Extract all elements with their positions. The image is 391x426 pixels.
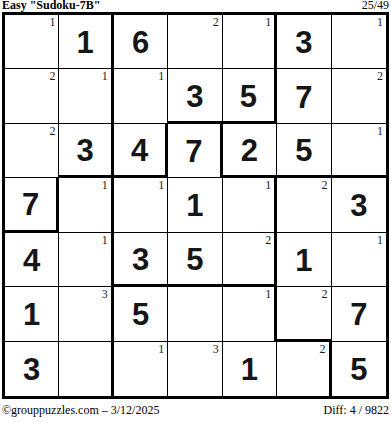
pencil-mark: 1 (158, 178, 164, 192)
pencil-mark: 1 (265, 287, 271, 301)
cell-r5c3[interactable]: 3 (114, 233, 168, 287)
given-digit: 3 (23, 354, 40, 385)
copyright-text: ©grouppuzzles.com – 3/12/2025 (2, 403, 159, 418)
cell-r2c5[interactable]: 5 (223, 69, 277, 123)
given-digit: 4 (131, 135, 148, 166)
cell-r5c2[interactable]: 1 (59, 233, 113, 287)
given-digit: 5 (132, 299, 149, 330)
pencil-mark: 1 (265, 15, 271, 29)
cell-r5c6[interactable]: 1 (277, 233, 331, 287)
pencil-mark: 1 (265, 178, 271, 192)
cell-r4c5[interactable]: 1 (223, 178, 277, 232)
given-digit: 6 (132, 27, 149, 58)
cell-r3c3[interactable]: 4 (114, 124, 168, 178)
cell-r7c1[interactable]: 3 (5, 342, 59, 396)
cell-r4c3[interactable]: 1 (114, 178, 168, 232)
cell-r6c6[interactable]: 2 (277, 287, 331, 341)
pencil-mark: 2 (322, 178, 328, 192)
given-digit: 4 (23, 245, 40, 276)
pencil-mark: 1 (158, 69, 164, 83)
cell-r7c4[interactable]: 3 (168, 342, 222, 396)
pencil-mark: 2 (377, 69, 383, 83)
cell-r6c3[interactable]: 5 (114, 287, 168, 341)
sudoku-grid: 1162131211357223472517111123413521113512… (2, 12, 389, 399)
given-digit: 7 (295, 82, 312, 113)
cell-r6c1[interactable]: 1 (5, 287, 59, 341)
pencil-mark: 2 (320, 342, 326, 356)
cell-r3c4[interactable]: 7 (168, 124, 222, 178)
cell-r6c5[interactable]: 1 (223, 287, 277, 341)
given-digit: 3 (132, 244, 149, 275)
cell-r7c2[interactable] (59, 342, 113, 396)
cell-r1c7[interactable]: 1 (332, 15, 386, 69)
given-digit: 1 (77, 27, 94, 58)
pencil-mark: 2 (49, 69, 55, 83)
cell-r3c6[interactable]: 5 (277, 124, 331, 178)
cell-r7c6[interactable]: 2 (277, 342, 331, 396)
cell-r2c6[interactable]: 7 (277, 69, 331, 123)
given-digit: 7 (350, 299, 367, 330)
given-digit: 1 (241, 354, 258, 385)
given-digit: 2 (241, 135, 258, 166)
given-digit: 3 (77, 135, 94, 166)
pencil-mark: 1 (102, 233, 108, 247)
cell-r2c4[interactable]: 3 (168, 69, 222, 123)
pencil-mark: 2 (265, 233, 271, 247)
difficulty-text: Diff: 4 / 9822 (324, 403, 389, 418)
cell-r5c7[interactable]: 1 (332, 233, 386, 287)
cell-r2c1[interactable]: 2 (5, 69, 59, 123)
cell-r2c3[interactable]: 1 (114, 69, 168, 123)
cell-r6c7[interactable]: 7 (332, 287, 386, 341)
given-digit: 5 (350, 354, 367, 385)
pencil-mark: 1 (49, 15, 55, 29)
given-digit: 7 (185, 136, 202, 167)
pencil-mark: 3 (213, 342, 219, 356)
cell-r7c3[interactable]: 1 (114, 342, 168, 396)
cell-r4c2[interactable]: 1 (59, 178, 113, 232)
given-digit: 5 (186, 244, 203, 275)
cell-r2c7[interactable]: 2 (332, 69, 386, 123)
pencil-mark: 1 (377, 124, 383, 138)
cell-r1c5[interactable]: 1 (223, 15, 277, 69)
given-digit: 1 (295, 245, 312, 276)
given-digit: 3 (186, 81, 203, 112)
cell-r4c6[interactable]: 2 (277, 178, 331, 232)
cell-r1c1[interactable]: 1 (5, 15, 59, 69)
pencil-mark: 2 (213, 15, 219, 29)
given-digit: 7 (22, 189, 39, 220)
cell-r1c3[interactable]: 6 (114, 15, 168, 69)
pencil-mark: 1 (377, 233, 383, 247)
cell-r6c4[interactable] (168, 287, 222, 341)
cell-r3c2[interactable]: 3 (59, 124, 113, 178)
pencil-mark: 1 (377, 15, 383, 29)
cell-r1c6[interactable]: 3 (277, 15, 331, 69)
cell-r2c2[interactable]: 1 (59, 69, 113, 123)
cell-r4c4[interactable]: 1 (168, 178, 222, 232)
given-digit: 5 (295, 135, 312, 166)
given-digit: 3 (350, 190, 367, 221)
pencil-mark: 1 (102, 69, 108, 83)
cell-r6c2[interactable]: 3 (59, 287, 113, 341)
given-digit: 5 (240, 81, 257, 112)
cell-r5c1[interactable]: 4 (5, 233, 59, 287)
pencil-mark: 1 (102, 178, 108, 192)
cell-r5c5[interactable]: 2 (223, 233, 277, 287)
given-digit: 1 (23, 299, 40, 330)
given-digit: 1 (186, 190, 203, 221)
cell-r5c4[interactable]: 5 (168, 233, 222, 287)
cell-r1c2[interactable]: 1 (59, 15, 113, 69)
pencil-mark: 3 (102, 287, 108, 301)
cell-r1c4[interactable]: 2 (168, 15, 222, 69)
cell-r4c7[interactable]: 3 (332, 178, 386, 232)
cell-r3c7[interactable]: 1 (332, 124, 386, 178)
cell-r7c5[interactable]: 1 (223, 342, 277, 396)
cell-r4c1[interactable]: 7 (5, 178, 59, 232)
cell-r3c1[interactable]: 2 (5, 124, 59, 178)
given-digit: 3 (295, 27, 312, 58)
cell-r3c5[interactable]: 2 (223, 124, 277, 178)
pencil-mark: 2 (322, 287, 328, 301)
pencil-mark: 2 (49, 124, 55, 138)
pencil-mark: 1 (158, 342, 164, 356)
cell-r7c7[interactable]: 5 (332, 342, 386, 396)
